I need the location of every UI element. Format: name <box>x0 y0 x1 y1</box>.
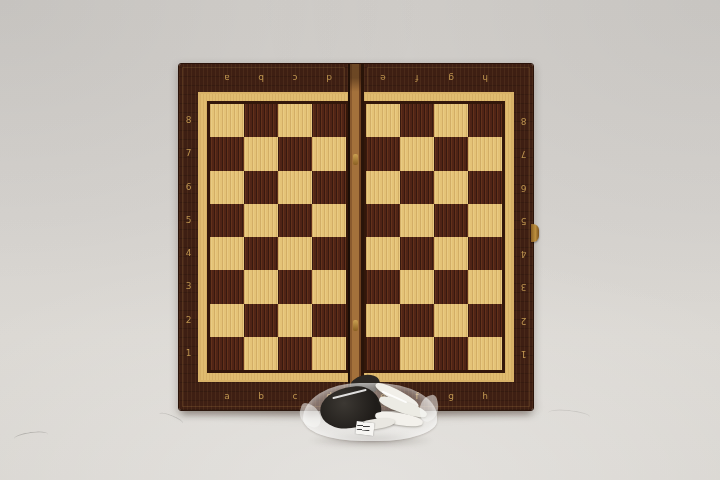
coordinate-label: 8 <box>179 104 198 137</box>
square-b1[interactable] <box>244 337 278 370</box>
square-d1[interactable] <box>312 337 346 370</box>
coordinate-label: d <box>312 64 346 92</box>
square-e3[interactable] <box>366 270 400 303</box>
table-scratch <box>548 408 591 422</box>
square-d6[interactable] <box>312 171 346 204</box>
square-f2[interactable] <box>400 304 434 337</box>
square-g7[interactable] <box>434 137 468 170</box>
file-labels-top-right: efgh <box>366 64 502 92</box>
coordinate-label: g <box>434 64 468 92</box>
square-e6[interactable] <box>366 171 400 204</box>
square-a1[interactable] <box>210 337 244 370</box>
coordinate-label: 3 <box>179 270 198 303</box>
coordinate-label: 6 <box>514 171 533 204</box>
square-f1[interactable] <box>400 337 434 370</box>
coordinate-label: 7 <box>179 137 198 170</box>
square-h6[interactable] <box>468 171 502 204</box>
square-a7[interactable] <box>210 137 244 170</box>
square-d3[interactable] <box>312 270 346 303</box>
square-h7[interactable] <box>468 137 502 170</box>
coordinate-label: 2 <box>179 304 198 337</box>
board-left-half: abcd abcd 87654321 <box>179 64 348 410</box>
square-d7[interactable] <box>312 137 346 170</box>
square-b5[interactable] <box>244 204 278 237</box>
coordinate-label: h <box>468 382 502 410</box>
coordinate-label: f <box>400 64 434 92</box>
square-h3[interactable] <box>468 270 502 303</box>
coordinate-label: 4 <box>179 237 198 270</box>
coordinate-label: b <box>244 64 278 92</box>
square-h1[interactable] <box>468 337 502 370</box>
square-c5[interactable] <box>278 204 312 237</box>
square-g1[interactable] <box>434 337 468 370</box>
coordinate-label: 2 <box>514 304 533 337</box>
table-scratch <box>14 430 49 444</box>
square-h8[interactable] <box>468 104 502 137</box>
photo-backdrop: abcd abcd 87654321 efgh efgh 87654321 <box>0 0 720 480</box>
square-c3[interactable] <box>278 270 312 303</box>
square-f6[interactable] <box>400 171 434 204</box>
square-b7[interactable] <box>244 137 278 170</box>
square-f5[interactable] <box>400 204 434 237</box>
hinge-pin-top-icon <box>353 154 358 165</box>
board-right-half: efgh efgh 87654321 <box>364 64 533 410</box>
square-d5[interactable] <box>312 204 346 237</box>
coordinate-label: a <box>210 382 244 410</box>
square-b8[interactable] <box>244 104 278 137</box>
square-b3[interactable] <box>244 270 278 303</box>
square-g3[interactable] <box>434 270 468 303</box>
rank-labels-left: 87654321 <box>179 104 198 370</box>
square-a6[interactable] <box>210 171 244 204</box>
square-a5[interactable] <box>210 204 244 237</box>
square-c1[interactable] <box>278 337 312 370</box>
square-a4[interactable] <box>210 237 244 270</box>
coordinate-label: g <box>434 382 468 410</box>
square-d4[interactable] <box>312 237 346 270</box>
coordinate-label: 6 <box>179 171 198 204</box>
coordinate-label: 7 <box>514 137 533 170</box>
hinge-pin-bottom-icon <box>353 320 358 331</box>
hinge-strip <box>348 64 364 410</box>
square-e7[interactable] <box>366 137 400 170</box>
square-f7[interactable] <box>400 137 434 170</box>
square-c4[interactable] <box>278 237 312 270</box>
square-g8[interactable] <box>434 104 468 137</box>
chess-board: abcd abcd 87654321 efgh efgh 87654321 <box>178 63 534 411</box>
coordinate-label: 5 <box>179 204 198 237</box>
square-b6[interactable] <box>244 171 278 204</box>
square-g2[interactable] <box>434 304 468 337</box>
square-g4[interactable] <box>434 237 468 270</box>
square-e4[interactable] <box>366 237 400 270</box>
square-c8[interactable] <box>278 104 312 137</box>
coordinate-label: 8 <box>514 104 533 137</box>
square-e8[interactable] <box>366 104 400 137</box>
square-b4[interactable] <box>244 237 278 270</box>
square-f4[interactable] <box>400 237 434 270</box>
coordinate-label: 3 <box>514 270 533 303</box>
square-e1[interactable] <box>366 337 400 370</box>
square-b2[interactable] <box>244 304 278 337</box>
square-d8[interactable] <box>312 104 346 137</box>
coordinate-label: b <box>244 382 278 410</box>
coordinate-label: e <box>366 64 400 92</box>
square-e2[interactable] <box>366 304 400 337</box>
square-c2[interactable] <box>278 304 312 337</box>
square-h4[interactable] <box>468 237 502 270</box>
file-labels-top-left: abcd <box>210 64 346 92</box>
coordinate-label: 1 <box>514 337 533 370</box>
square-c7[interactable] <box>278 137 312 170</box>
playfield-right <box>366 104 502 370</box>
square-f3[interactable] <box>400 270 434 303</box>
square-g5[interactable] <box>434 204 468 237</box>
square-g6[interactable] <box>434 171 468 204</box>
coordinate-label: 1 <box>179 337 198 370</box>
square-e5[interactable] <box>366 204 400 237</box>
square-c6[interactable] <box>278 171 312 204</box>
square-a8[interactable] <box>210 104 244 137</box>
square-a2[interactable] <box>210 304 244 337</box>
square-d2[interactable] <box>312 304 346 337</box>
pieces-bag <box>302 374 438 448</box>
coordinate-label: c <box>278 64 312 92</box>
square-f8[interactable] <box>400 104 434 137</box>
square-h2[interactable] <box>468 304 502 337</box>
square-h5[interactable] <box>468 204 502 237</box>
clasp-latch <box>531 224 539 242</box>
square-a3[interactable] <box>210 270 244 303</box>
bag-label <box>356 421 375 436</box>
coordinate-label: a <box>210 64 244 92</box>
coordinate-label: h <box>468 64 502 92</box>
playfield-left <box>210 104 346 370</box>
